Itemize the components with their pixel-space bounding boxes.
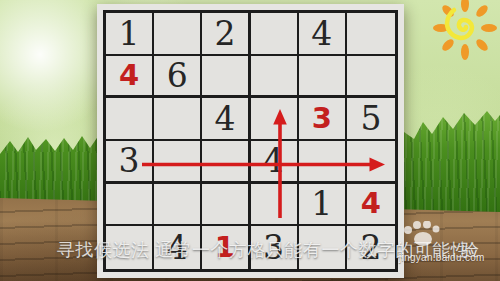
- cell-r2c2: 6: [154, 56, 202, 99]
- watermark-site: jingyan.baidu.com: [399, 252, 485, 263]
- given-digit: 4: [214, 102, 235, 135]
- cell-r3c2: [154, 98, 202, 141]
- cell-r5c4: [251, 184, 299, 227]
- cell-r1c5: 4: [299, 13, 347, 56]
- given-digit: 5: [360, 102, 381, 135]
- cell-r4c4: 4: [251, 141, 299, 184]
- cell-r5c1: [106, 184, 154, 227]
- cell-r4c3: [202, 141, 250, 184]
- cell-r4c2: [154, 141, 202, 184]
- given-digit: 4: [311, 17, 332, 50]
- cell-r3c3: 4: [202, 98, 250, 141]
- sun-icon: [425, 0, 500, 60]
- given-digit: 2: [214, 17, 235, 50]
- cell-r3c5: 3: [299, 98, 347, 141]
- cell-r5c5: 1: [299, 184, 347, 227]
- cell-r2c6: [347, 56, 395, 99]
- cell-r1c1: 1: [106, 13, 154, 56]
- given-digit: 1: [119, 17, 140, 50]
- cell-r2c4: [251, 56, 299, 99]
- cell-r4c6: [347, 141, 395, 184]
- cell-r1c2: [154, 13, 202, 56]
- cell-r4c5: [299, 141, 347, 184]
- given-digit: 6: [167, 59, 188, 92]
- cell-r5c3: [202, 184, 250, 227]
- board-panel: 1244643534144132: [97, 4, 404, 278]
- sudoku-grid: 1244643534144132: [103, 10, 398, 272]
- cell-r2c5: [299, 56, 347, 99]
- red-digit: 3: [312, 104, 332, 133]
- red-digit: 4: [119, 61, 139, 90]
- cell-r1c4: [251, 13, 299, 56]
- baidu-paw-icon: [400, 221, 448, 247]
- cell-r5c2: [154, 184, 202, 227]
- tutorial-frame: 1244643534144132 寻找候选法 通常一个方格只能有一个数字的可能性…: [0, 0, 500, 281]
- cell-r4c1: 3: [106, 141, 154, 184]
- given-digit: 3: [119, 144, 140, 177]
- cell-r2c1: 4: [106, 56, 154, 99]
- cell-r3c1: [106, 98, 154, 141]
- given-digit: 4: [263, 144, 284, 177]
- red-digit: 4: [361, 189, 381, 218]
- cell-r3c6: 5: [347, 98, 395, 141]
- cell-r3c4: [251, 98, 299, 141]
- cell-r1c3: 2: [202, 13, 250, 56]
- cell-r1c6: [347, 13, 395, 56]
- given-digit: 1: [311, 187, 332, 220]
- cell-r2c3: [202, 56, 250, 99]
- cell-r5c6: 4: [347, 184, 395, 227]
